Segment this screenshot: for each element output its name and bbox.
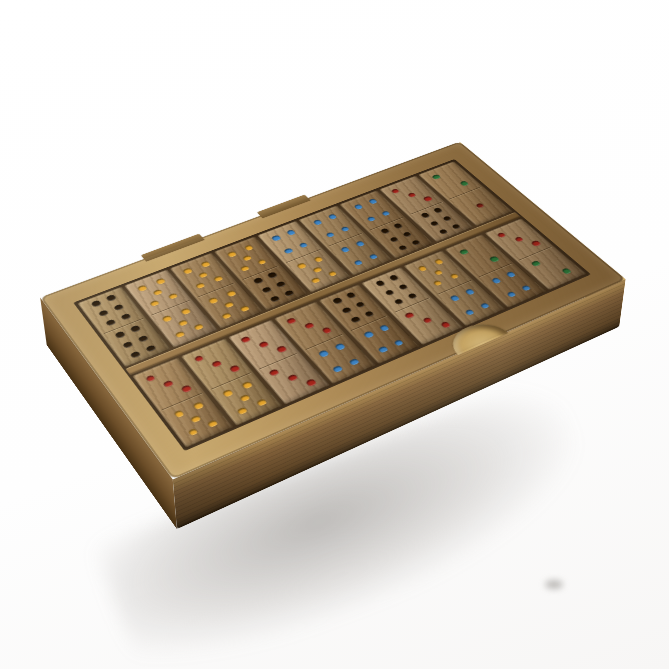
pip [267, 272, 277, 279]
pip [106, 319, 117, 326]
pip [389, 236, 399, 242]
pip [261, 286, 271, 293]
pip [253, 277, 263, 284]
pip [404, 312, 415, 319]
pip [123, 341, 134, 348]
pip [346, 292, 357, 299]
pip [489, 256, 500, 263]
pip [368, 198, 378, 204]
pip [334, 343, 345, 350]
pip [137, 285, 147, 292]
pip [442, 215, 452, 221]
pip [318, 350, 329, 358]
pip [130, 325, 141, 332]
pip [193, 355, 204, 363]
pip [224, 301, 235, 308]
pip [381, 210, 391, 216]
pip [239, 394, 250, 402]
pip [275, 281, 285, 288]
pip [242, 381, 253, 389]
pip [304, 322, 315, 329]
pip [130, 351, 141, 359]
pip [106, 294, 116, 301]
pip [393, 339, 404, 346]
pip [353, 259, 363, 266]
pip [475, 203, 485, 209]
pip [312, 267, 322, 274]
pip [350, 316, 361, 323]
pip [313, 219, 323, 225]
pip [269, 369, 280, 377]
pip [244, 245, 254, 251]
pip [325, 232, 335, 238]
pip [363, 331, 374, 338]
pip [313, 256, 323, 263]
pip [459, 249, 469, 255]
pip [98, 309, 108, 316]
pip [298, 242, 308, 248]
pip [379, 324, 390, 331]
pip [327, 270, 337, 277]
pip [227, 251, 237, 257]
pip [420, 212, 430, 218]
pip [368, 253, 378, 259]
pip [398, 245, 408, 251]
pip [449, 273, 460, 280]
pip [145, 375, 156, 383]
domino-box [47, 187, 619, 529]
pip [190, 415, 201, 423]
pip [221, 312, 232, 319]
pip [506, 291, 517, 298]
pip [163, 380, 174, 388]
pip [391, 188, 401, 194]
pip [417, 265, 428, 272]
pip [178, 319, 189, 326]
pip [451, 224, 461, 230]
pip [271, 235, 281, 241]
pip [207, 420, 219, 428]
pip [286, 229, 296, 235]
pip [322, 327, 333, 334]
pip [276, 346, 287, 354]
pip [384, 289, 395, 296]
pip [240, 265, 250, 272]
pip [514, 236, 524, 242]
pip [153, 289, 163, 296]
pip [561, 268, 572, 275]
pip [398, 283, 409, 290]
pip [181, 385, 192, 393]
pip [440, 321, 451, 328]
pip [531, 260, 542, 267]
pip [173, 410, 184, 418]
pip [208, 297, 219, 304]
pip [422, 317, 433, 324]
pip [162, 315, 173, 322]
pip [521, 285, 532, 292]
pip [121, 313, 132, 320]
pip [155, 278, 165, 285]
pip [394, 298, 405, 305]
pip [340, 246, 350, 252]
pip [239, 305, 250, 312]
pip [434, 259, 444, 266]
pip [242, 255, 252, 262]
pip [138, 335, 149, 342]
pip [389, 274, 400, 281]
pip [491, 277, 502, 284]
pip [354, 204, 364, 210]
pip [465, 289, 476, 296]
pip [506, 271, 517, 278]
pip [438, 229, 448, 235]
pip [380, 228, 390, 234]
pip [375, 280, 386, 287]
pip [407, 192, 417, 198]
pip [297, 263, 307, 270]
pip [423, 196, 433, 202]
pip [531, 240, 541, 246]
pip [195, 282, 205, 289]
lid-groove-tab [257, 195, 311, 219]
pip [115, 331, 126, 338]
pip [332, 365, 343, 373]
pip [328, 214, 338, 220]
pip [200, 261, 210, 268]
pip [431, 174, 441, 180]
tray-well [73, 159, 591, 451]
pip [283, 248, 293, 254]
pip [464, 309, 475, 316]
pip [366, 216, 376, 222]
scene [0, 0, 669, 669]
pip [146, 345, 157, 352]
pip [286, 317, 297, 324]
pip [355, 241, 365, 247]
pip [402, 231, 412, 237]
pip [433, 207, 443, 213]
pip [341, 307, 352, 314]
pip [364, 310, 375, 317]
pip [270, 296, 281, 303]
pip [229, 365, 240, 373]
pip [114, 304, 124, 311]
pip [429, 220, 439, 226]
pip [496, 232, 506, 238]
pip [348, 358, 359, 366]
pip [183, 268, 193, 275]
pip [240, 336, 251, 343]
pip [168, 293, 178, 300]
pip [175, 331, 186, 338]
pip [258, 341, 269, 348]
pip [213, 276, 223, 283]
pip [193, 323, 204, 330]
pip [91, 300, 101, 307]
pip [257, 259, 267, 266]
pip [433, 269, 444, 276]
pip [340, 226, 350, 232]
pip [332, 297, 343, 304]
pip [355, 301, 366, 308]
pip [460, 181, 470, 187]
pip [187, 428, 199, 436]
pip [237, 407, 248, 415]
pip [407, 293, 418, 300]
pip [377, 346, 388, 354]
pip [223, 389, 234, 397]
pip [211, 360, 222, 368]
pip [193, 402, 204, 410]
pip [180, 308, 191, 315]
photo-canvas [0, 0, 669, 669]
pip [393, 223, 403, 229]
pip [433, 280, 444, 287]
pip [198, 272, 208, 279]
pip [411, 240, 421, 246]
pip [305, 379, 316, 387]
pip [310, 277, 320, 284]
pip [287, 374, 298, 382]
pip [150, 300, 160, 307]
pip [226, 290, 236, 297]
pip [256, 399, 267, 407]
pip [284, 290, 295, 297]
pip [450, 295, 461, 302]
pip [479, 302, 490, 309]
